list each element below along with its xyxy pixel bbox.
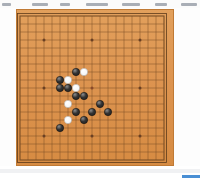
hoshi-star-point xyxy=(139,87,142,90)
hoshi-star-point xyxy=(91,135,94,138)
black-stone xyxy=(72,108,79,115)
browser-toolbar xyxy=(0,0,200,8)
black-stone xyxy=(56,76,63,83)
hoshi-star-point xyxy=(91,39,94,42)
black-stone xyxy=(96,100,103,107)
white-stone xyxy=(64,100,71,107)
footer-divider xyxy=(0,169,200,173)
toolbar-menu-item[interactable] xyxy=(60,3,70,6)
toolbar-menu-item[interactable] xyxy=(181,3,197,6)
black-stone xyxy=(80,92,87,99)
page-left-margin xyxy=(0,9,16,166)
footer-accent-bar[interactable] xyxy=(182,175,200,178)
toolbar-menu-item[interactable] xyxy=(155,3,167,6)
go-board-grid[interactable] xyxy=(16,9,174,166)
white-stone xyxy=(72,84,79,91)
tengen-star-point xyxy=(91,87,94,90)
hoshi-star-point xyxy=(43,87,46,90)
black-stone xyxy=(80,116,87,123)
page-footer-area xyxy=(0,166,200,180)
black-stone xyxy=(56,84,63,91)
black-stone xyxy=(72,68,79,75)
toolbar-menu-item[interactable] xyxy=(2,3,11,6)
white-stone xyxy=(64,76,71,83)
page-right-margin xyxy=(174,9,200,166)
black-stone xyxy=(104,108,111,115)
toolbar-menu-item[interactable] xyxy=(86,3,108,6)
white-stone xyxy=(64,116,71,123)
toolbar-menu-item[interactable] xyxy=(32,3,48,6)
hoshi-star-point xyxy=(43,39,46,42)
hoshi-star-point xyxy=(139,39,142,42)
black-stone xyxy=(64,84,71,91)
hoshi-star-point xyxy=(43,135,46,138)
black-stone xyxy=(72,92,79,99)
hoshi-star-point xyxy=(139,135,142,138)
go-board[interactable] xyxy=(16,9,174,166)
white-stone xyxy=(80,68,87,75)
toolbar-menu-item[interactable] xyxy=(122,3,140,6)
browser-page xyxy=(0,0,200,180)
black-stone xyxy=(88,108,95,115)
black-stone xyxy=(56,124,63,131)
